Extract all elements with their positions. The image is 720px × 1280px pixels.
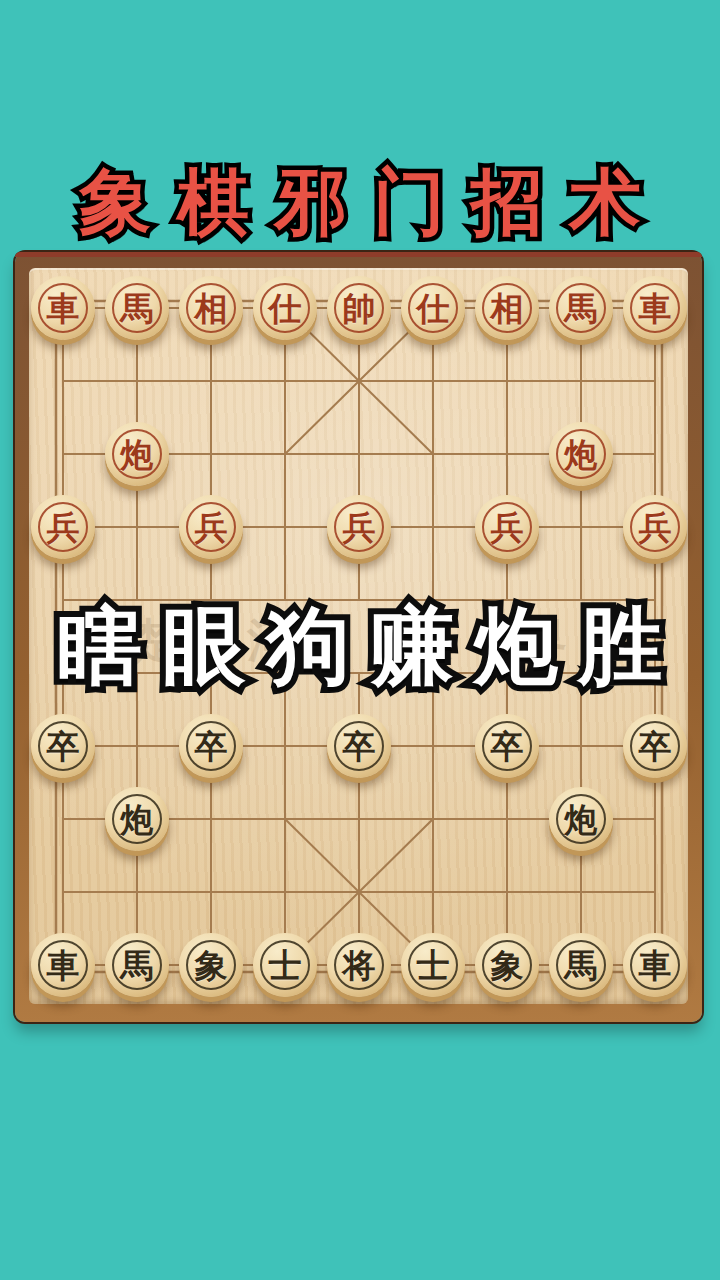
piece-black-chariot[interactable]: 車 — [31, 933, 95, 997]
piece-glyph: 兵 — [491, 511, 524, 544]
piece-black-elephant[interactable]: 象 — [179, 933, 243, 997]
piece-glyph: 士 — [269, 949, 302, 982]
piece-glyph: 炮 — [565, 438, 598, 471]
piece-black-cannon[interactable]: 炮 — [549, 787, 613, 851]
piece-black-elephant[interactable]: 象 — [475, 933, 539, 997]
piece-black-horse[interactable]: 馬 — [549, 933, 613, 997]
piece-black-advisor[interactable]: 士 — [253, 933, 317, 997]
piece-glyph: 卒 — [639, 730, 672, 763]
piece-red-soldier[interactable]: 兵 — [327, 495, 391, 559]
piece-glyph: 卒 — [491, 730, 524, 763]
piece-black-advisor[interactable]: 士 — [401, 933, 465, 997]
piece-glyph: 馬 — [121, 292, 154, 325]
piece-glyph: 馬 — [565, 949, 598, 982]
piece-glyph: 相 — [195, 292, 228, 325]
piece-black-cannon[interactable]: 炮 — [105, 787, 169, 851]
piece-glyph: 車 — [639, 949, 672, 982]
piece-red-general[interactable]: 帥 — [327, 276, 391, 340]
piece-black-soldier[interactable]: 卒 — [623, 714, 687, 778]
piece-black-chariot[interactable]: 車 — [623, 933, 687, 997]
piece-red-elephant[interactable]: 相 — [475, 276, 539, 340]
piece-glyph: 将 — [343, 949, 376, 982]
piece-red-advisor[interactable]: 仕 — [401, 276, 465, 340]
piece-red-horse[interactable]: 馬 — [549, 276, 613, 340]
piece-red-cannon[interactable]: 炮 — [105, 422, 169, 486]
piece-red-chariot[interactable]: 車 — [623, 276, 687, 340]
piece-glyph: 馬 — [121, 949, 154, 982]
piece-glyph: 炮 — [121, 803, 154, 836]
caption-overlay: 瞎眼狗赚炮胜 — [0, 596, 720, 697]
piece-glyph: 仕 — [417, 292, 450, 325]
piece-red-horse[interactable]: 馬 — [105, 276, 169, 340]
screen: 象棋邪门招术 楚 河 漢 界 車馬相仕帥仕相馬車炮炮兵兵兵兵兵卒卒卒卒卒炮炮車馬… — [0, 0, 720, 1280]
piece-red-soldier[interactable]: 兵 — [623, 495, 687, 559]
piece-black-soldier[interactable]: 卒 — [31, 714, 95, 778]
piece-red-soldier[interactable]: 兵 — [31, 495, 95, 559]
piece-glyph: 仕 — [269, 292, 302, 325]
piece-glyph: 車 — [47, 949, 80, 982]
piece-red-advisor[interactable]: 仕 — [253, 276, 317, 340]
piece-glyph: 相 — [491, 292, 524, 325]
piece-red-cannon[interactable]: 炮 — [549, 422, 613, 486]
piece-red-soldier[interactable]: 兵 — [179, 495, 243, 559]
piece-glyph: 兵 — [195, 511, 228, 544]
piece-black-soldier[interactable]: 卒 — [475, 714, 539, 778]
piece-glyph: 帥 — [343, 292, 376, 325]
page-title: 象棋邪门招术 — [0, 156, 720, 250]
piece-black-soldier[interactable]: 卒 — [179, 714, 243, 778]
piece-glyph: 卒 — [195, 730, 228, 763]
piece-glyph: 象 — [491, 949, 524, 982]
piece-glyph: 卒 — [47, 730, 80, 763]
piece-red-elephant[interactable]: 相 — [179, 276, 243, 340]
piece-black-horse[interactable]: 馬 — [105, 933, 169, 997]
piece-glyph: 士 — [417, 949, 450, 982]
piece-glyph: 馬 — [565, 292, 598, 325]
piece-glyph: 炮 — [121, 438, 154, 471]
piece-glyph: 卒 — [343, 730, 376, 763]
piece-glyph: 兵 — [47, 511, 80, 544]
piece-red-soldier[interactable]: 兵 — [475, 495, 539, 559]
piece-glyph: 象 — [195, 949, 228, 982]
piece-black-soldier[interactable]: 卒 — [327, 714, 391, 778]
piece-glyph: 兵 — [343, 511, 376, 544]
piece-red-chariot[interactable]: 車 — [31, 276, 95, 340]
piece-glyph: 車 — [639, 292, 672, 325]
piece-glyph: 炮 — [565, 803, 598, 836]
piece-glyph: 兵 — [639, 511, 672, 544]
piece-black-general[interactable]: 将 — [327, 933, 391, 997]
piece-glyph: 車 — [47, 292, 80, 325]
